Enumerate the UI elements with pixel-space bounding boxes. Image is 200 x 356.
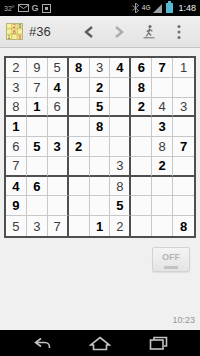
cell-r9c6[interactable]: 2 (110, 216, 131, 236)
cell-r9c4[interactable] (69, 216, 90, 236)
sudoku-grid: 2958346713742881652431836532877324689553… (6, 58, 194, 236)
cell-r5c5[interactable] (90, 137, 111, 157)
cell-r8c5[interactable] (90, 196, 111, 216)
toggle-indicator-bar (164, 266, 178, 269)
cell-r9c9[interactable]: 8 (173, 216, 194, 236)
cell-r7c6[interactable]: 8 (110, 177, 131, 197)
cell-r5c9[interactable]: 7 (173, 137, 194, 157)
back-icon (32, 337, 52, 350)
cell-r2c4[interactable] (69, 78, 90, 98)
cell-r8c2[interactable] (27, 196, 48, 216)
4g-network-icon: 4G (142, 5, 151, 12)
overflow-dots-icon (177, 24, 181, 40)
cell-r7c4[interactable] (69, 177, 90, 197)
cell-r2c5[interactable]: 2 (90, 78, 111, 98)
svg-text:9: 9 (19, 23, 22, 29)
cell-r6c9[interactable] (173, 157, 194, 177)
cell-r3c8[interactable]: 4 (152, 98, 173, 118)
cell-r5c8[interactable]: 8 (152, 137, 173, 157)
cell-r3c5[interactable]: 5 (90, 98, 111, 118)
home-icon (89, 336, 111, 351)
cell-r5c4[interactable]: 2 (69, 137, 90, 157)
cell-r9c8[interactable] (152, 216, 173, 236)
cell-r5c1[interactable]: 6 (6, 137, 27, 157)
cell-r3c9[interactable]: 3 (173, 98, 194, 118)
cell-r2c7[interactable]: 8 (131, 78, 152, 98)
cell-r6c3[interactable] (48, 157, 69, 177)
cell-r1c8[interactable]: 7 (152, 58, 173, 78)
cell-r8c9[interactable] (173, 196, 194, 216)
puzzle-title: #36 (29, 24, 51, 39)
toggle-label: OFF (162, 252, 180, 262)
cell-r4c3[interactable] (48, 117, 69, 137)
svg-text:9: 9 (19, 34, 22, 40)
home-button[interactable] (88, 333, 112, 353)
cell-r2c1[interactable]: 3 (6, 78, 27, 98)
cell-r7c8[interactable] (152, 177, 173, 197)
cell-r3c4[interactable] (69, 98, 90, 118)
cell-r6c1[interactable]: 7 (6, 157, 27, 177)
cell-r1c5[interactable]: 3 (90, 58, 111, 78)
elapsed-time: 10:23 (172, 315, 195, 325)
cell-r7c7[interactable] (131, 177, 152, 197)
cell-r4c4[interactable] (69, 117, 90, 137)
cell-r3c2[interactable]: 1 (27, 98, 48, 118)
cell-r5c7[interactable] (131, 137, 152, 157)
cell-r1c7[interactable]: 6 (131, 58, 152, 78)
cell-r1c6[interactable]: 4 (110, 58, 131, 78)
cell-r6c2[interactable] (27, 157, 48, 177)
cell-r1c3[interactable]: 5 (48, 58, 69, 78)
cell-r4c2[interactable] (27, 117, 48, 137)
cell-r6c6[interactable]: 3 (110, 157, 131, 177)
google-icon: G (32, 4, 39, 13)
walking-person-icon (141, 24, 157, 40)
svg-text:8: 8 (13, 29, 16, 35)
recents-icon (149, 336, 168, 351)
cell-r3c7[interactable]: 2 (131, 98, 152, 118)
cell-r8c1[interactable]: 9 (6, 196, 27, 216)
cell-r7c5[interactable] (90, 177, 111, 197)
cell-r5c6[interactable] (110, 137, 131, 157)
previous-puzzle-button[interactable] (74, 16, 104, 48)
cell-r4c8[interactable]: 3 (152, 117, 173, 137)
cell-r9c3[interactable]: 7 (48, 216, 69, 236)
status-clock: 1:48 (178, 3, 196, 13)
cell-r4c7[interactable] (131, 117, 152, 137)
cell-r7c3[interactable] (48, 177, 69, 197)
cell-r8c3[interactable] (48, 196, 69, 216)
back-button[interactable] (30, 333, 54, 353)
cell-r4c6[interactable] (110, 117, 131, 137)
cell-r3c6[interactable] (110, 98, 131, 118)
cell-r6c8[interactable]: 2 (152, 157, 173, 177)
cell-r6c7[interactable] (131, 157, 152, 177)
cell-r4c9[interactable] (173, 117, 194, 137)
cell-r7c1[interactable]: 4 (6, 177, 27, 197)
svg-text:1: 1 (8, 34, 11, 40)
pencil-mode-toggle[interactable]: OFF (152, 247, 190, 272)
recent-apps-button[interactable] (146, 333, 170, 353)
cell-r8c4[interactable] (69, 196, 90, 216)
signal-strength-icon (153, 4, 162, 13)
notification-square-icon (42, 4, 51, 13)
cell-r8c8[interactable] (152, 196, 173, 216)
cell-r1c9[interactable]: 1 (173, 58, 194, 78)
temperature-indicator: 32° (4, 5, 15, 12)
cell-r1c4[interactable]: 8 (69, 58, 90, 78)
cell-r1c1[interactable]: 2 (6, 58, 27, 78)
cell-r2c2[interactable]: 7 (27, 78, 48, 98)
cell-r4c5[interactable]: 8 (90, 117, 111, 137)
cell-r6c4[interactable] (69, 157, 90, 177)
overflow-menu-button[interactable] (164, 16, 194, 48)
cell-r8c7[interactable] (131, 196, 152, 216)
email-icon (18, 4, 29, 12)
solve-step-button[interactable] (134, 16, 164, 48)
cell-r1c2[interactable]: 9 (27, 58, 48, 78)
android-nav-bar (0, 330, 200, 356)
cell-r9c2[interactable]: 3 (27, 216, 48, 236)
cell-r7c9[interactable] (173, 177, 194, 197)
cell-r9c1[interactable]: 5 (6, 216, 27, 236)
cell-r7c2[interactable]: 6 (27, 177, 48, 197)
status-bar: 32° G 4G 1:48 (0, 0, 200, 16)
sudoku-board: 2958346713742881652431836532877324689553… (4, 56, 196, 238)
bluetooth-icon (132, 3, 139, 13)
cell-r5c2[interactable]: 5 (27, 137, 48, 157)
cell-r2c8[interactable] (152, 78, 173, 98)
cell-r4c1[interactable]: 1 (6, 117, 27, 137)
next-puzzle-button[interactable] (104, 16, 134, 48)
chevron-left-icon (83, 25, 95, 39)
cell-r3c1[interactable]: 8 (6, 98, 27, 118)
cell-r5c3[interactable]: 3 (48, 137, 69, 157)
cell-r3c3[interactable]: 6 (48, 98, 69, 118)
cell-r9c7[interactable] (131, 216, 152, 236)
battery-icon (166, 3, 173, 13)
cell-r2c9[interactable] (173, 78, 194, 98)
cell-r6c5[interactable] (90, 157, 111, 177)
cell-r8c6[interactable]: 5 (110, 196, 131, 216)
app-bar: 2 9 8 1 9 #36 (0, 16, 200, 48)
app-icon: 2 9 8 1 9 (6, 23, 23, 40)
cell-r2c3[interactable]: 4 (48, 78, 69, 98)
cell-r9c5[interactable]: 1 (90, 216, 111, 236)
cell-r2c6[interactable] (110, 78, 131, 98)
chevron-right-icon (113, 25, 125, 39)
